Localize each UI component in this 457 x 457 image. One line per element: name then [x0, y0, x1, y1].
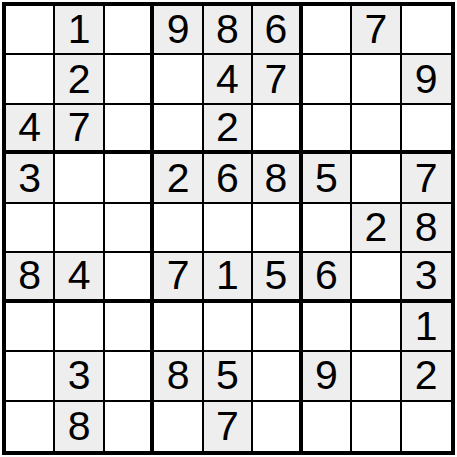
cell-r1c4: 9	[154, 6, 203, 55]
cell-r1c2: 1	[55, 6, 104, 55]
cell-r6c3[interactable]	[105, 253, 154, 302]
cell-r3c7[interactable]	[303, 105, 352, 154]
cell-r9c4[interactable]	[154, 402, 203, 451]
cell-r3c1: 4	[6, 105, 55, 154]
cell-r9c1[interactable]	[6, 402, 55, 451]
cell-r3c3[interactable]	[105, 105, 154, 154]
cell-r2c8[interactable]	[352, 55, 401, 104]
cell-r2c7[interactable]	[303, 55, 352, 104]
cell-r2c9: 9	[402, 55, 451, 104]
cell-r6c7: 6	[303, 253, 352, 302]
cell-r3c5: 2	[204, 105, 253, 154]
cell-r7c9: 1	[402, 303, 451, 352]
cell-r7c1[interactable]	[6, 303, 55, 352]
cell-r4c9: 7	[402, 154, 451, 203]
cell-r2c5: 4	[204, 55, 253, 104]
cell-r1c6: 6	[253, 6, 302, 55]
cell-r4c4: 2	[154, 154, 203, 203]
cell-r3c8[interactable]	[352, 105, 401, 154]
cell-r5c3[interactable]	[105, 204, 154, 253]
cell-r5c6[interactable]	[253, 204, 302, 253]
cell-r9c8[interactable]	[352, 402, 401, 451]
cell-r8c1[interactable]	[6, 352, 55, 401]
cell-r8c2: 3	[55, 352, 104, 401]
cell-r8c8[interactable]	[352, 352, 401, 401]
cell-r2c1[interactable]	[6, 55, 55, 104]
cell-r9c6[interactable]	[253, 402, 302, 451]
cell-r2c2: 2	[55, 55, 104, 104]
cell-r7c4[interactable]	[154, 303, 203, 352]
cell-r6c2: 4	[55, 253, 104, 302]
cell-r7c2[interactable]	[55, 303, 104, 352]
cell-r9c5: 7	[204, 402, 253, 451]
cell-r6c5: 1	[204, 253, 253, 302]
cell-r4c8[interactable]	[352, 154, 401, 203]
cell-r1c8: 7	[352, 6, 401, 55]
cell-r5c5[interactable]	[204, 204, 253, 253]
cell-r7c5[interactable]	[204, 303, 253, 352]
cell-r3c6[interactable]	[253, 105, 302, 154]
cell-r6c1: 8	[6, 253, 55, 302]
cell-r6c4: 7	[154, 253, 203, 302]
cell-r6c6: 5	[253, 253, 302, 302]
cell-r8c4: 8	[154, 352, 203, 401]
cell-r5c2[interactable]	[55, 204, 104, 253]
cell-r5c8: 2	[352, 204, 401, 253]
cell-r4c6: 8	[253, 154, 302, 203]
cell-r4c1: 3	[6, 154, 55, 203]
cell-r1c1[interactable]	[6, 6, 55, 55]
cell-r8c6[interactable]	[253, 352, 302, 401]
sudoku-board: 19867247947232685728847156313859287	[2, 2, 455, 455]
cell-r6c9: 3	[402, 253, 451, 302]
cell-r3c4[interactable]	[154, 105, 203, 154]
cell-r3c9[interactable]	[402, 105, 451, 154]
cell-r5c4[interactable]	[154, 204, 203, 253]
cell-r2c3[interactable]	[105, 55, 154, 104]
cell-r1c3[interactable]	[105, 6, 154, 55]
cell-r9c9[interactable]	[402, 402, 451, 451]
cell-r8c3[interactable]	[105, 352, 154, 401]
cell-r7c3[interactable]	[105, 303, 154, 352]
cell-r1c5: 8	[204, 6, 253, 55]
cell-r4c7: 5	[303, 154, 352, 203]
cell-r1c9[interactable]	[402, 6, 451, 55]
cell-r9c7[interactable]	[303, 402, 352, 451]
cell-r3c2: 7	[55, 105, 104, 154]
cell-r8c7: 9	[303, 352, 352, 401]
cell-r4c5: 6	[204, 154, 253, 203]
cell-r4c2[interactable]	[55, 154, 104, 203]
cell-r2c4[interactable]	[154, 55, 203, 104]
cell-r5c9: 8	[402, 204, 451, 253]
cell-r8c5: 5	[204, 352, 253, 401]
cell-r9c3[interactable]	[105, 402, 154, 451]
cell-r7c6[interactable]	[253, 303, 302, 352]
cell-r8c9: 2	[402, 352, 451, 401]
cell-r2c6: 7	[253, 55, 302, 104]
cell-r1c7[interactable]	[303, 6, 352, 55]
cell-r5c7[interactable]	[303, 204, 352, 253]
cell-r4c3[interactable]	[105, 154, 154, 203]
cell-r9c2: 8	[55, 402, 104, 451]
cell-r7c8[interactable]	[352, 303, 401, 352]
cell-r5c1[interactable]	[6, 204, 55, 253]
cell-r6c8[interactable]	[352, 253, 401, 302]
cell-r7c7[interactable]	[303, 303, 352, 352]
